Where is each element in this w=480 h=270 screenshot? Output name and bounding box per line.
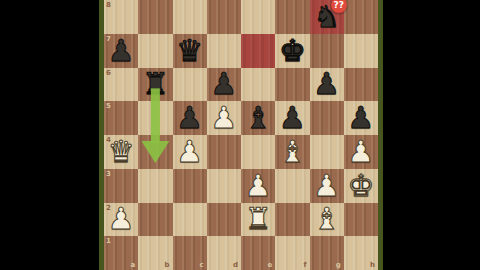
black-bishop-e5[interactable]: ♝ bbox=[241, 101, 275, 135]
square-h5[interactable]: ♟ bbox=[344, 101, 378, 135]
black-pawn-a7[interactable]: ♟ bbox=[104, 34, 138, 68]
white-king-h3[interactable]: ♚ bbox=[344, 169, 378, 203]
square-c7[interactable]: ♛ bbox=[173, 34, 207, 68]
square-c6[interactable] bbox=[173, 68, 207, 102]
square-d1[interactable]: d bbox=[207, 236, 241, 270]
file-label-b: b bbox=[164, 262, 169, 269]
square-b4[interactable] bbox=[138, 135, 172, 169]
square-h1[interactable]: h bbox=[344, 236, 378, 270]
file-label-g: g bbox=[336, 262, 341, 269]
square-h7[interactable] bbox=[344, 34, 378, 68]
square-d4[interactable] bbox=[207, 135, 241, 169]
square-f3[interactable] bbox=[275, 169, 309, 203]
square-b1[interactable]: b bbox=[138, 236, 172, 270]
square-b8[interactable] bbox=[138, 0, 172, 34]
square-d3[interactable] bbox=[207, 169, 241, 203]
square-g1[interactable]: g bbox=[310, 236, 344, 270]
rank-label-5: 5 bbox=[106, 103, 111, 110]
black-pawn-h5[interactable]: ♟ bbox=[344, 101, 378, 135]
square-f4[interactable]: ♝ bbox=[275, 135, 309, 169]
black-king-f7[interactable]: ♚ bbox=[275, 34, 309, 68]
square-f7[interactable]: ♚ bbox=[275, 34, 309, 68]
square-b3[interactable] bbox=[138, 169, 172, 203]
square-a7[interactable]: 7♟ bbox=[104, 34, 138, 68]
square-c2[interactable] bbox=[173, 203, 207, 237]
black-queen-c7[interactable]: ♛ bbox=[173, 34, 207, 68]
square-h3[interactable]: ♚ bbox=[344, 169, 378, 203]
white-pawn-e3[interactable]: ♟ bbox=[241, 169, 275, 203]
square-d8[interactable] bbox=[207, 0, 241, 34]
square-a4[interactable]: 4♛ bbox=[104, 135, 138, 169]
square-e2[interactable]: ♜ bbox=[241, 203, 275, 237]
white-rook-e2[interactable]: ♜ bbox=[241, 203, 275, 237]
square-b7[interactable] bbox=[138, 34, 172, 68]
white-pawn-d5[interactable]: ♟ bbox=[207, 101, 241, 135]
file-label-d: d bbox=[233, 262, 238, 269]
square-f1[interactable]: f bbox=[275, 236, 309, 270]
file-label-f: f bbox=[303, 262, 306, 269]
square-d7[interactable] bbox=[207, 34, 241, 68]
black-pawn-c5[interactable]: ♟ bbox=[173, 101, 207, 135]
white-bishop-g2[interactable]: ♝ bbox=[310, 203, 344, 237]
black-pawn-d6[interactable]: ♟ bbox=[207, 68, 241, 102]
square-g4[interactable] bbox=[310, 135, 344, 169]
square-a2[interactable]: 2♟ bbox=[104, 203, 138, 237]
square-c1[interactable]: c bbox=[173, 236, 207, 270]
white-pawn-c4[interactable]: ♟ bbox=[173, 135, 207, 169]
square-a5[interactable]: 5 bbox=[104, 101, 138, 135]
square-f2[interactable] bbox=[275, 203, 309, 237]
square-e1[interactable]: e bbox=[241, 236, 275, 270]
video-frame: 8♞??7♟♛♚6♜♟♟5♟♟♝♟♟4♛♟♝♟3♟♟♚2♟♜♝1abcdefgh bbox=[0, 0, 480, 270]
file-label-h: h bbox=[370, 262, 375, 269]
square-a3[interactable]: 3 bbox=[104, 169, 138, 203]
white-bishop-f4[interactable]: ♝ bbox=[275, 135, 309, 169]
chess-board[interactable]: 8♞??7♟♛♚6♜♟♟5♟♟♝♟♟4♛♟♝♟3♟♟♚2♟♜♝1abcdefgh bbox=[104, 0, 378, 270]
square-a1[interactable]: 1a bbox=[104, 236, 138, 270]
file-label-a: a bbox=[131, 262, 136, 269]
square-a8[interactable]: 8 bbox=[104, 0, 138, 34]
rank-label-8: 8 bbox=[106, 2, 111, 9]
square-e7[interactable] bbox=[241, 34, 275, 68]
square-a6[interactable]: 6 bbox=[104, 68, 138, 102]
square-f5[interactable]: ♟ bbox=[275, 101, 309, 135]
square-h6[interactable] bbox=[344, 68, 378, 102]
square-f6[interactable] bbox=[275, 68, 309, 102]
square-g2[interactable]: ♝ bbox=[310, 203, 344, 237]
file-label-c: c bbox=[200, 262, 204, 269]
square-b6[interactable]: ♜ bbox=[138, 68, 172, 102]
square-e3[interactable]: ♟ bbox=[241, 169, 275, 203]
square-d6[interactable]: ♟ bbox=[207, 68, 241, 102]
square-g5[interactable] bbox=[310, 101, 344, 135]
rank-label-1: 1 bbox=[106, 238, 111, 245]
square-g8[interactable]: ♞?? bbox=[310, 0, 344, 34]
square-b5[interactable] bbox=[138, 101, 172, 135]
square-c3[interactable] bbox=[173, 169, 207, 203]
board-edge-strip: 8♞??7♟♛♚6♜♟♟5♟♟♝♟♟4♛♟♝♟3♟♟♚2♟♜♝1abcdefgh bbox=[99, 0, 383, 270]
rank-label-3: 3 bbox=[106, 171, 111, 178]
square-h4[interactable]: ♟ bbox=[344, 135, 378, 169]
black-rook-b6[interactable]: ♜ bbox=[138, 68, 172, 102]
white-pawn-g3[interactable]: ♟ bbox=[310, 169, 344, 203]
black-pawn-g6[interactable]: ♟ bbox=[310, 68, 344, 102]
square-f8[interactable] bbox=[275, 0, 309, 34]
square-g7[interactable] bbox=[310, 34, 344, 68]
white-pawn-a2[interactable]: ♟ bbox=[104, 203, 138, 237]
black-pawn-f5[interactable]: ♟ bbox=[275, 101, 309, 135]
square-h2[interactable] bbox=[344, 203, 378, 237]
square-g3[interactable]: ♟ bbox=[310, 169, 344, 203]
square-d5[interactable]: ♟ bbox=[207, 101, 241, 135]
square-d2[interactable] bbox=[207, 203, 241, 237]
white-pawn-h4[interactable]: ♟ bbox=[344, 135, 378, 169]
square-c8[interactable] bbox=[173, 0, 207, 34]
white-queen-a4[interactable]: ♛ bbox=[104, 135, 138, 169]
square-c5[interactable]: ♟ bbox=[173, 101, 207, 135]
square-g6[interactable]: ♟ bbox=[310, 68, 344, 102]
square-e5[interactable]: ♝ bbox=[241, 101, 275, 135]
square-c4[interactable]: ♟ bbox=[173, 135, 207, 169]
square-b2[interactable] bbox=[138, 203, 172, 237]
square-e6[interactable] bbox=[241, 68, 275, 102]
file-label-e: e bbox=[268, 262, 273, 269]
square-e4[interactable] bbox=[241, 135, 275, 169]
square-h8[interactable] bbox=[344, 0, 378, 34]
square-e8[interactable] bbox=[241, 0, 275, 34]
rank-label-6: 6 bbox=[106, 70, 111, 77]
